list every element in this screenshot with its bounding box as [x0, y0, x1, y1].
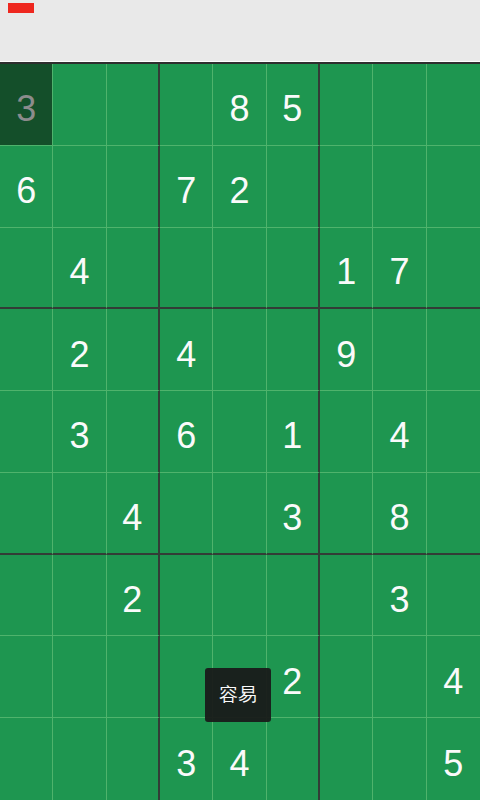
cell-r4c5[interactable]: 1 [267, 391, 320, 473]
cell-r6c1[interactable] [53, 555, 106, 637]
cell-r1c7[interactable] [373, 146, 426, 228]
cell-r7c5[interactable]: 2 [267, 636, 320, 718]
cell-r5c5[interactable]: 3 [267, 473, 320, 555]
cell-r3c1[interactable]: 2 [53, 309, 106, 391]
cell-r6c7[interactable]: 3 [373, 555, 426, 637]
cell-r2c2[interactable] [107, 228, 160, 310]
difficulty-toast: 容易 [205, 668, 271, 722]
cell-r6c4[interactable] [213, 555, 266, 637]
recording-indicator [8, 3, 34, 13]
cell-r6c5[interactable] [267, 555, 320, 637]
cell-r8c8[interactable]: 5 [427, 718, 480, 800]
cell-r5c7[interactable]: 8 [373, 473, 426, 555]
cell-r2c5[interactable] [267, 228, 320, 310]
cell-r4c3[interactable]: 6 [160, 391, 213, 473]
status-bar [0, 0, 480, 61]
cell-r8c3[interactable]: 3 [160, 718, 213, 800]
cell-r0c1[interactable] [53, 64, 106, 146]
cell-r0c0[interactable]: 3 [0, 64, 53, 146]
cell-r2c0[interactable] [0, 228, 53, 310]
cell-r6c0[interactable] [0, 555, 53, 637]
cell-r5c3[interactable] [160, 473, 213, 555]
cell-r1c4[interactable]: 2 [213, 146, 266, 228]
cell-r1c2[interactable] [107, 146, 160, 228]
cell-r2c8[interactable] [427, 228, 480, 310]
cell-r5c6[interactable] [320, 473, 373, 555]
cell-r8c5[interactable] [267, 718, 320, 800]
cell-r4c2[interactable] [107, 391, 160, 473]
cell-r2c1[interactable]: 4 [53, 228, 106, 310]
cell-r4c7[interactable]: 4 [373, 391, 426, 473]
cell-r1c1[interactable] [53, 146, 106, 228]
cell-r0c5[interactable]: 5 [267, 64, 320, 146]
cell-r5c8[interactable] [427, 473, 480, 555]
cell-r8c2[interactable] [107, 718, 160, 800]
cell-r8c1[interactable] [53, 718, 106, 800]
cell-r4c4[interactable] [213, 391, 266, 473]
cell-r8c0[interactable] [0, 718, 53, 800]
cell-r1c0[interactable]: 6 [0, 146, 53, 228]
cell-r2c6[interactable]: 1 [320, 228, 373, 310]
cell-r0c4[interactable]: 8 [213, 64, 266, 146]
cell-r7c2[interactable] [107, 636, 160, 718]
cell-r6c8[interactable] [427, 555, 480, 637]
cell-r4c1[interactable]: 3 [53, 391, 106, 473]
cell-r3c8[interactable] [427, 309, 480, 391]
cell-r3c5[interactable] [267, 309, 320, 391]
cell-r4c6[interactable] [320, 391, 373, 473]
cell-r3c4[interactable] [213, 309, 266, 391]
cell-r0c7[interactable] [373, 64, 426, 146]
cell-r8c7[interactable] [373, 718, 426, 800]
cell-r5c1[interactable] [53, 473, 106, 555]
cell-r5c2[interactable]: 4 [107, 473, 160, 555]
cell-r5c0[interactable] [0, 473, 53, 555]
cell-r3c0[interactable] [0, 309, 53, 391]
difficulty-toast-label: 容易 [219, 682, 257, 708]
cell-r7c6[interactable] [320, 636, 373, 718]
cell-r2c3[interactable] [160, 228, 213, 310]
cell-r3c3[interactable]: 4 [160, 309, 213, 391]
cell-r3c6[interactable]: 9 [320, 309, 373, 391]
cell-r8c6[interactable] [320, 718, 373, 800]
cell-r6c3[interactable] [160, 555, 213, 637]
cell-r2c4[interactable] [213, 228, 266, 310]
cell-r6c2[interactable]: 2 [107, 555, 160, 637]
cell-r4c8[interactable] [427, 391, 480, 473]
cell-r4c0[interactable] [0, 391, 53, 473]
cell-r1c6[interactable] [320, 146, 373, 228]
cell-r6c6[interactable] [320, 555, 373, 637]
cell-r3c2[interactable] [107, 309, 160, 391]
cell-r7c1[interactable] [53, 636, 106, 718]
cell-r1c5[interactable] [267, 146, 320, 228]
cell-r7c7[interactable] [373, 636, 426, 718]
cell-r0c3[interactable] [160, 64, 213, 146]
cell-r0c2[interactable] [107, 64, 160, 146]
cell-r7c8[interactable]: 4 [427, 636, 480, 718]
cell-r1c8[interactable] [427, 146, 480, 228]
cell-r7c0[interactable] [0, 636, 53, 718]
cell-r0c8[interactable] [427, 64, 480, 146]
cell-r1c3[interactable]: 7 [160, 146, 213, 228]
cell-r0c6[interactable] [320, 64, 373, 146]
cell-r8c4[interactable]: 4 [213, 718, 266, 800]
cell-r5c4[interactable] [213, 473, 266, 555]
cell-r2c7[interactable]: 7 [373, 228, 426, 310]
cell-r3c7[interactable] [373, 309, 426, 391]
